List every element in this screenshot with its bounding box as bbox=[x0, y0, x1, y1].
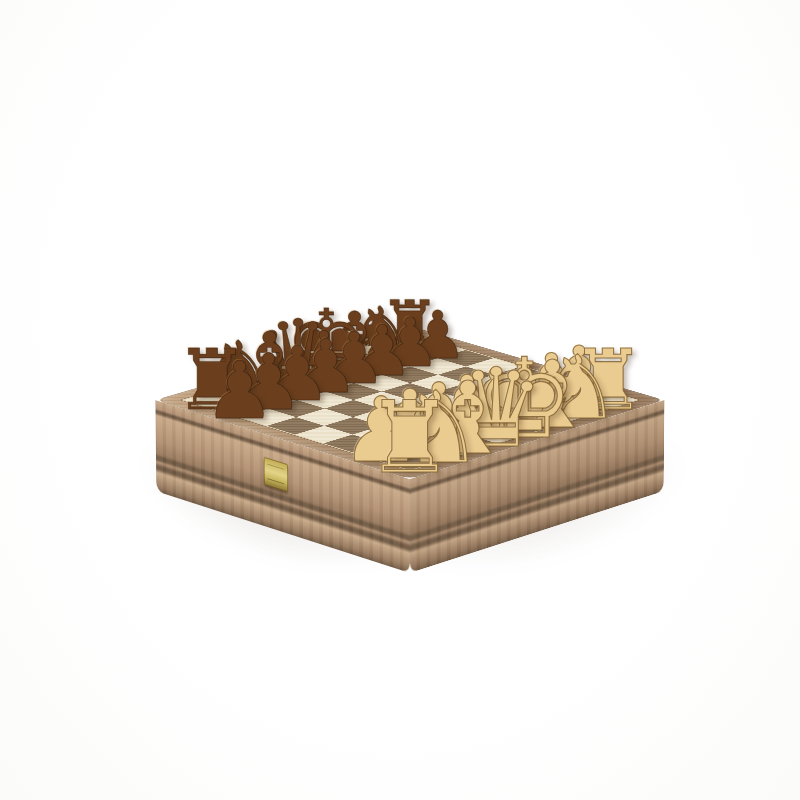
square-d2 bbox=[439, 417, 496, 434]
square-c5 bbox=[325, 400, 382, 417]
square-a5 bbox=[267, 417, 324, 434]
wooden-chess-box bbox=[155, 326, 664, 479]
square-b4 bbox=[324, 417, 381, 434]
square-e1 bbox=[496, 417, 553, 434]
square-d4 bbox=[382, 400, 439, 417]
product-photo-stage: ♜♞♝♛♚♝♞♜♟♟♟♟♟♟♟♟♟♟♟♟♟♟♟♟♜♞♝♛♚♝♞♜ bbox=[0, 0, 800, 800]
square-d3 bbox=[410, 409, 467, 426]
square-b1 bbox=[410, 443, 468, 461]
square-b2 bbox=[381, 435, 439, 453]
square-b6 bbox=[268, 400, 325, 417]
square-b5 bbox=[296, 409, 353, 426]
plaque-engraving bbox=[267, 464, 284, 485]
square-c3 bbox=[381, 417, 438, 434]
square-a4 bbox=[295, 426, 352, 444]
square-e3 bbox=[438, 400, 495, 417]
square-a3 bbox=[324, 435, 382, 453]
square-e2 bbox=[467, 409, 524, 426]
square-a2 bbox=[352, 443, 410, 461]
square-a6 bbox=[239, 409, 296, 426]
square-f2 bbox=[495, 400, 552, 417]
square-g1 bbox=[552, 400, 609, 417]
square-d1 bbox=[467, 426, 524, 444]
square-a1 bbox=[381, 452, 439, 470]
square-b3 bbox=[353, 426, 410, 444]
brass-plaque-icon bbox=[264, 457, 288, 493]
square-a7 bbox=[211, 400, 268, 417]
square-c4 bbox=[353, 409, 410, 426]
square-f1 bbox=[524, 409, 581, 426]
square-c1 bbox=[439, 435, 497, 453]
square-c2 bbox=[410, 426, 467, 444]
